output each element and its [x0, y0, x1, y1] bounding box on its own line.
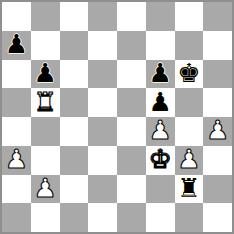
square-g5[interactable]	[175, 88, 204, 117]
square-f4[interactable]: ♟	[146, 117, 175, 146]
square-b6[interactable]: ♟	[31, 60, 60, 89]
square-c4[interactable]	[60, 117, 89, 146]
black-pawn: ♟	[5, 31, 28, 57]
square-d8[interactable]	[88, 2, 117, 31]
square-g1[interactable]	[175, 203, 204, 232]
white-pawn: ♟	[33, 175, 56, 201]
square-h6[interactable]	[203, 60, 232, 89]
square-e5[interactable]	[117, 88, 146, 117]
square-g3[interactable]: ♟	[175, 146, 204, 175]
white-pawn: ♟	[206, 117, 229, 143]
square-d1[interactable]	[88, 203, 117, 232]
square-h5[interactable]	[203, 88, 232, 117]
square-d7[interactable]	[88, 31, 117, 60]
square-b1[interactable]	[31, 203, 60, 232]
square-b2[interactable]: ♟	[31, 175, 60, 204]
square-d5[interactable]	[88, 88, 117, 117]
square-h1[interactable]	[203, 203, 232, 232]
square-b3[interactable]	[31, 146, 60, 175]
square-h4[interactable]: ♟	[203, 117, 232, 146]
square-e6[interactable]	[117, 60, 146, 89]
square-f8[interactable]	[146, 2, 175, 31]
square-a5[interactable]	[2, 88, 31, 117]
white-rook: ♜	[33, 89, 56, 115]
white-king: ♚	[148, 146, 171, 172]
square-d2[interactable]	[88, 175, 117, 204]
square-h3[interactable]	[203, 146, 232, 175]
square-h2[interactable]	[203, 175, 232, 204]
square-e2[interactable]	[117, 175, 146, 204]
square-b4[interactable]	[31, 117, 60, 146]
black-rook: ♜	[177, 175, 200, 201]
square-d6[interactable]	[88, 60, 117, 89]
square-e7[interactable]	[117, 31, 146, 60]
white-pawn: ♟	[148, 117, 171, 143]
black-pawn: ♟	[148, 89, 171, 115]
square-b5[interactable]: ♜	[31, 88, 60, 117]
square-e1[interactable]	[117, 203, 146, 232]
square-d4[interactable]	[88, 117, 117, 146]
square-f6[interactable]: ♟	[146, 60, 175, 89]
black-king: ♚	[177, 60, 200, 86]
square-g6[interactable]: ♚	[175, 60, 204, 89]
black-pawn: ♟	[33, 60, 56, 86]
chess-board: ♟♟♟♚♜♟♟♟♟♚♟♟♜	[2, 2, 232, 232]
square-a7[interactable]: ♟	[2, 31, 31, 60]
square-f3[interactable]: ♚	[146, 146, 175, 175]
square-c6[interactable]	[60, 60, 89, 89]
square-c5[interactable]	[60, 88, 89, 117]
square-c3[interactable]	[60, 146, 89, 175]
square-f5[interactable]: ♟	[146, 88, 175, 117]
square-a6[interactable]	[2, 60, 31, 89]
black-pawn: ♟	[148, 60, 171, 86]
square-e4[interactable]	[117, 117, 146, 146]
square-g2[interactable]: ♜	[175, 175, 204, 204]
square-f2[interactable]	[146, 175, 175, 204]
square-a4[interactable]	[2, 117, 31, 146]
square-h7[interactable]	[203, 31, 232, 60]
square-a1[interactable]	[2, 203, 31, 232]
square-g4[interactable]	[175, 117, 204, 146]
square-g7[interactable]	[175, 31, 204, 60]
white-pawn: ♟	[177, 146, 200, 172]
square-f7[interactable]	[146, 31, 175, 60]
square-e8[interactable]	[117, 2, 146, 31]
square-a8[interactable]	[2, 2, 31, 31]
square-b7[interactable]	[31, 31, 60, 60]
square-c7[interactable]	[60, 31, 89, 60]
chess-diagram: ♟♟♟♚♜♟♟♟♟♚♟♟♜	[0, 0, 234, 234]
square-b8[interactable]	[31, 2, 60, 31]
square-e3[interactable]	[117, 146, 146, 175]
square-a3[interactable]: ♟	[2, 146, 31, 175]
square-c1[interactable]	[60, 203, 89, 232]
square-c2[interactable]	[60, 175, 89, 204]
square-f1[interactable]	[146, 203, 175, 232]
square-c8[interactable]	[60, 2, 89, 31]
square-a2[interactable]	[2, 175, 31, 204]
square-g8[interactable]	[175, 2, 204, 31]
square-d3[interactable]	[88, 146, 117, 175]
white-pawn: ♟	[5, 146, 28, 172]
square-h8[interactable]	[203, 2, 232, 31]
